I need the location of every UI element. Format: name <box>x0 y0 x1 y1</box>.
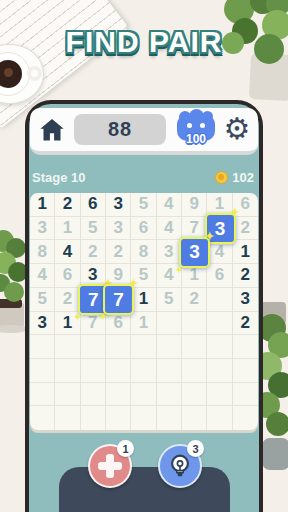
grid-cell[interactable]: 3 <box>106 217 131 241</box>
monster-button[interactable]: 100 <box>176 110 216 150</box>
grid-cell <box>207 288 232 312</box>
stage-label: Stage 10 <box>32 170 85 185</box>
grid-cell <box>157 383 182 407</box>
grid-cell[interactable]: 2 <box>233 312 258 336</box>
grid-cell[interactable]: 4 <box>55 240 80 264</box>
grid-cell <box>157 335 182 359</box>
add-button-badge: 1 <box>117 440 134 457</box>
grid-cell[interactable]: 1 <box>30 193 55 217</box>
grid-cell <box>106 383 131 407</box>
app-screen: FIND PAIR 88 100 Stage 10 102 <box>0 0 288 512</box>
grid-cell[interactable]: 2 <box>55 288 80 312</box>
grid-cell <box>233 383 258 407</box>
grid-cell[interactable]: 4 <box>157 193 182 217</box>
grid-cell <box>81 359 106 383</box>
top-bar: 88 100 <box>30 108 258 155</box>
gold-coin-icon <box>215 171 228 184</box>
grid-cell[interactable]: 4 <box>157 217 182 241</box>
grid-cell[interactable]: 3 <box>30 217 55 241</box>
grid-cell[interactable]: 2 <box>182 288 207 312</box>
grid-cell[interactable]: 6 <box>55 264 80 288</box>
grid-cell <box>55 383 80 407</box>
monster-eye <box>200 123 205 128</box>
grid-cell <box>157 359 182 383</box>
grid-cell[interactable]: 2 <box>81 240 106 264</box>
game-title: FIND PAIR <box>0 25 288 59</box>
grid-cell <box>157 406 182 430</box>
grid-cell[interactable]: 6 <box>207 264 232 288</box>
grid-cell <box>182 312 207 336</box>
grid-cell <box>207 406 232 430</box>
grid-cell <box>182 359 207 383</box>
grid-card: 1263549163153647284228341463954162521523… <box>30 193 258 430</box>
grid-cell <box>106 335 131 359</box>
grid-cell <box>207 359 232 383</box>
leaf-shape <box>266 412 288 436</box>
grid-cell <box>207 335 232 359</box>
grid-cell <box>55 359 80 383</box>
grid-cell[interactable]: 6 <box>106 312 131 336</box>
grid-cell[interactable]: 3 <box>233 288 258 312</box>
grid-cell[interactable]: 5 <box>157 288 182 312</box>
grid-cell[interactable]: 6 <box>81 193 106 217</box>
grid-cell <box>233 335 258 359</box>
grid-cell[interactable]: 8 <box>131 240 156 264</box>
grid-cell[interactable]: 3 <box>106 193 131 217</box>
grid-cell <box>30 359 55 383</box>
home-button[interactable] <box>38 116 66 144</box>
grid-cell <box>30 335 55 359</box>
grid-cell[interactable]: 9 <box>182 193 207 217</box>
grid-cell <box>182 406 207 430</box>
coin-counter: 102 <box>215 170 254 185</box>
grid-cell <box>81 383 106 407</box>
monster-eye <box>187 123 192 128</box>
grid-cell[interactable]: 3 <box>30 312 55 336</box>
bottom-panel <box>59 467 230 512</box>
home-icon <box>38 116 66 144</box>
grid-cell <box>81 406 106 430</box>
grid-cell[interactable]: 5 <box>131 193 156 217</box>
grid-cell[interactable]: 2 <box>233 264 258 288</box>
coffee-crema-photo <box>4 68 13 77</box>
grid-cell <box>207 312 232 336</box>
grid-cell <box>233 406 258 430</box>
grid-cell <box>233 359 258 383</box>
grid-cell <box>131 406 156 430</box>
plant-dish <box>0 325 28 333</box>
highlighted-cell[interactable]: 3 <box>179 237 210 268</box>
grid-cell <box>30 406 55 430</box>
stage-bar: Stage 10 102 <box>32 167 258 187</box>
grid-cell <box>81 335 106 359</box>
hint-button-badge: 3 <box>187 440 204 457</box>
grid-cell[interactable]: 1 <box>131 312 156 336</box>
grid-cell <box>131 335 156 359</box>
grid-cell <box>106 359 131 383</box>
plus-icon <box>97 453 123 479</box>
grid-cell[interactable]: 2 <box>106 240 131 264</box>
cup-handle-photo <box>27 66 42 81</box>
grid-cell[interactable]: 8 <box>30 240 55 264</box>
moves-counter: 88 <box>74 114 166 145</box>
grid-cell <box>182 383 207 407</box>
grid-cell[interactable]: 2 <box>55 193 80 217</box>
grid-cell[interactable]: 6 <box>131 217 156 241</box>
grid-cell <box>55 335 80 359</box>
grid-cell <box>157 312 182 336</box>
grid-cell <box>131 383 156 407</box>
grid-cell[interactable]: 1 <box>233 240 258 264</box>
grid-cell <box>182 335 207 359</box>
highlighted-cell[interactable]: 7 <box>103 284 134 315</box>
grid-cell <box>30 383 55 407</box>
grid-cell[interactable]: 2 <box>233 217 258 241</box>
grid-cell <box>207 383 232 407</box>
grid-cell[interactable]: 5 <box>81 217 106 241</box>
grid-cell <box>55 406 80 430</box>
grid-cell <box>131 359 156 383</box>
gear-icon <box>224 127 251 142</box>
settings-button[interactable] <box>221 113 253 145</box>
coin-count: 102 <box>232 170 254 185</box>
grid-cell[interactable]: 4 <box>30 264 55 288</box>
leaf-shape <box>4 282 24 302</box>
plant-pot <box>262 438 288 470</box>
grid: 1263549163153647284228341463954162521523… <box>30 193 258 430</box>
monster-count-badge: 100 <box>176 132 216 146</box>
grid-cell[interactable]: 5 <box>30 288 55 312</box>
grid-cell[interactable]: 1 <box>55 217 80 241</box>
grid-cell[interactable]: 1 <box>131 288 156 312</box>
grid-cell <box>106 406 131 430</box>
